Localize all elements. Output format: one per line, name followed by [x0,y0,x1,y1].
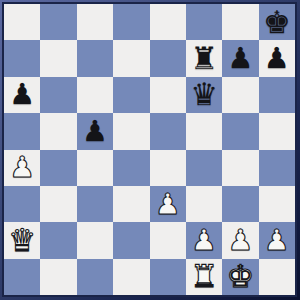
square-g6[interactable] [222,77,258,113]
square-e6[interactable] [150,77,186,113]
square-h4[interactable] [259,150,295,186]
square-e1[interactable] [150,259,186,295]
square-e5[interactable] [150,113,186,149]
piece-black-pawn[interactable]: ♟ [259,40,295,76]
piece-black-pawn[interactable]: ♟ [4,77,40,113]
square-b5[interactable] [40,113,76,149]
square-h8[interactable]: ♚ [259,4,295,40]
piece-white-pawn[interactable]: ♟ [186,222,222,258]
piece-white-pawn[interactable]: ♟ [222,222,258,258]
square-b4[interactable] [40,150,76,186]
square-c3[interactable] [77,186,113,222]
square-a8[interactable] [4,4,40,40]
square-d2[interactable] [113,222,149,258]
square-f7[interactable]: ♜ [186,40,222,76]
square-b1[interactable] [40,259,76,295]
square-g3[interactable] [222,186,258,222]
square-c5[interactable]: ♟ [77,113,113,149]
square-c7[interactable] [77,40,113,76]
square-b2[interactable] [40,222,76,258]
square-d8[interactable] [113,4,149,40]
square-h3[interactable] [259,186,295,222]
square-a2[interactable]: ♛ [4,222,40,258]
piece-white-pawn[interactable]: ♟ [4,150,40,186]
square-g5[interactable] [222,113,258,149]
square-h1[interactable] [259,259,295,295]
square-a4[interactable]: ♟ [4,150,40,186]
chess-board: ♚♜♟♟♟♛♟♟♟♛♟♟♟♜♚ [4,4,295,295]
square-b3[interactable] [40,186,76,222]
square-d1[interactable] [113,259,149,295]
square-h5[interactable] [259,113,295,149]
square-b8[interactable] [40,4,76,40]
square-a3[interactable] [4,186,40,222]
square-e8[interactable] [150,4,186,40]
square-e7[interactable] [150,40,186,76]
square-g7[interactable]: ♟ [222,40,258,76]
square-c2[interactable] [77,222,113,258]
square-g4[interactable] [222,150,258,186]
piece-black-king[interactable]: ♚ [259,4,295,40]
square-d4[interactable] [113,150,149,186]
square-a6[interactable]: ♟ [4,77,40,113]
square-f2[interactable]: ♟ [186,222,222,258]
square-d7[interactable] [113,40,149,76]
piece-black-pawn[interactable]: ♟ [222,40,258,76]
square-g2[interactable]: ♟ [222,222,258,258]
square-a1[interactable] [4,259,40,295]
square-g8[interactable] [222,4,258,40]
piece-black-pawn[interactable]: ♟ [77,113,113,149]
square-a7[interactable] [4,40,40,76]
square-b7[interactable] [40,40,76,76]
chess-board-frame: ♚♜♟♟♟♛♟♟♟♛♟♟♟♜♚ [0,0,300,300]
square-h7[interactable]: ♟ [259,40,295,76]
piece-white-pawn[interactable]: ♟ [259,222,295,258]
piece-white-queen[interactable]: ♛ [4,222,40,258]
square-f1[interactable]: ♜ [186,259,222,295]
square-d5[interactable] [113,113,149,149]
square-h2[interactable]: ♟ [259,222,295,258]
square-b6[interactable] [40,77,76,113]
piece-white-pawn[interactable]: ♟ [150,186,186,222]
square-f4[interactable] [186,150,222,186]
square-e2[interactable] [150,222,186,258]
piece-white-king[interactable]: ♚ [222,259,258,295]
square-a5[interactable] [4,113,40,149]
square-d3[interactable] [113,186,149,222]
square-c4[interactable] [77,150,113,186]
square-c8[interactable] [77,4,113,40]
square-e3[interactable]: ♟ [150,186,186,222]
square-e4[interactable] [150,150,186,186]
square-f6[interactable]: ♛ [186,77,222,113]
square-f8[interactable] [186,4,222,40]
square-c1[interactable] [77,259,113,295]
square-f3[interactable] [186,186,222,222]
square-g1[interactable]: ♚ [222,259,258,295]
piece-white-rook[interactable]: ♜ [186,259,222,295]
square-f5[interactable] [186,113,222,149]
piece-black-rook[interactable]: ♜ [186,40,222,76]
square-c6[interactable] [77,77,113,113]
square-h6[interactable] [259,77,295,113]
piece-black-queen[interactable]: ♛ [186,77,222,113]
square-d6[interactable] [113,77,149,113]
